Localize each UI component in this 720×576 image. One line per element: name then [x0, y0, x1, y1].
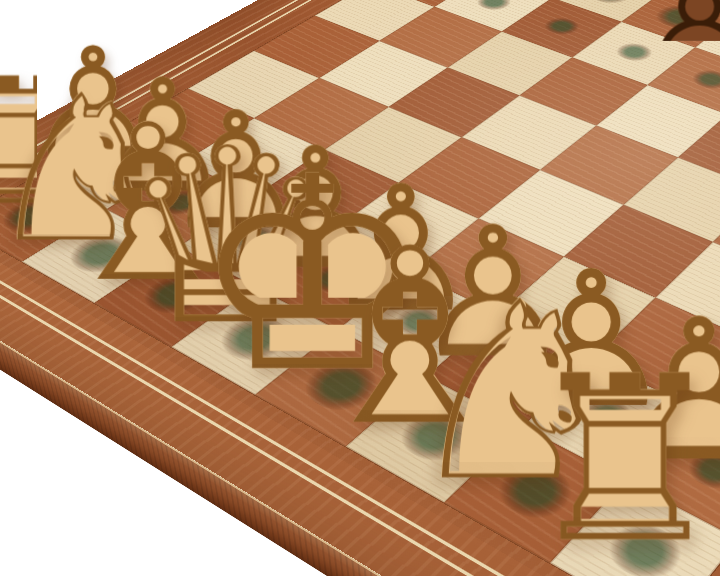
chess-board: ♜♖♞♘♝♗♛♕♚♔♝♗♞♘♜♖♟♙♟♙♟♙♟♙♟♙♟♙♟♙♟♙♟♙♟♙♟♙♟♙… [0, 0, 720, 576]
white-rook-glyph: ♜♖ [523, 346, 720, 575]
product-photo: ♜♖♞♘♝♗♛♕♚♔♝♗♞♘♜♖♟♙♟♙♟♙♟♙♟♙♟♙♟♙♟♙♟♙♟♙♟♙♟♙… [0, 0, 720, 576]
piece-outline: ♙ [637, 0, 720, 89]
photo-scene: ♜♖♞♘♝♗♛♕♚♔♝♗♞♘♜♖♟♙♟♙♟♙♟♙♟♙♟♙♟♙♟♙♟♙♟♙♟♙♟♙… [0, 0, 720, 576]
black-pawn-glyph: ♟♙ [637, 0, 720, 89]
piece-outline: ♖ [523, 346, 720, 575]
square-h1: ♜♖ [550, 481, 720, 576]
